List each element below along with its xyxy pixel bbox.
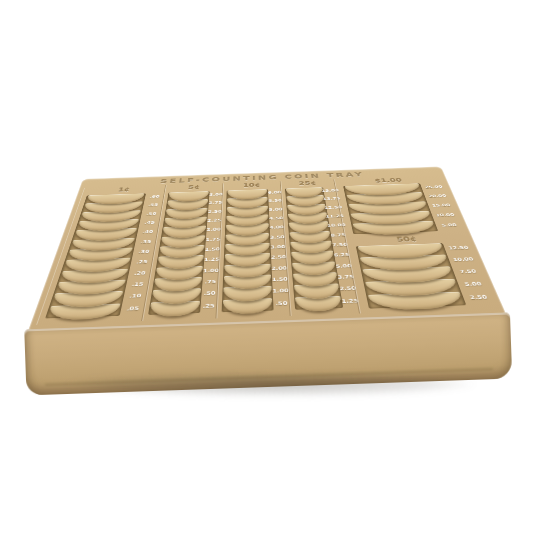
value-label: .50 bbox=[202, 288, 218, 301]
value-label: 1.75 bbox=[206, 235, 220, 245]
value-label: .05 bbox=[121, 302, 145, 315]
value-label: 1.50 bbox=[205, 245, 219, 256]
coin-tray: SELF-COUNTING COIN TRAY 1¢.60.55.50.45.4… bbox=[15, 142, 516, 439]
value-label: 4.50 bbox=[270, 214, 283, 224]
coin-slot bbox=[285, 187, 325, 196]
value-label: 3.50 bbox=[270, 232, 284, 242]
value-label: 1.00 bbox=[273, 285, 288, 297]
value-label: 10.00 bbox=[448, 254, 479, 267]
value-label: 5.00 bbox=[435, 220, 464, 231]
value-label: .10 bbox=[123, 290, 147, 303]
value-label: .20 bbox=[128, 268, 150, 280]
value-label: 2.25 bbox=[207, 216, 220, 226]
column-dollar-and-half: $1.0025.0020.0015.0010.005.0050¢12.5010.… bbox=[334, 176, 498, 314]
value-label: 2.00 bbox=[207, 225, 221, 235]
value-label: 12.50 bbox=[444, 242, 474, 254]
value-label: 2.50 bbox=[462, 291, 496, 306]
tray-top-face: SELF-COUNTING COIN TRAY 1¢.60.55.50.45.4… bbox=[28, 167, 506, 331]
value-label: 4.00 bbox=[270, 223, 284, 233]
value-label: 2.00 bbox=[272, 263, 287, 275]
value-label: .50 bbox=[274, 297, 290, 310]
value-label: .25 bbox=[131, 257, 153, 268]
section-dollar: $1.0025.0020.0015.0010.005.00 bbox=[334, 176, 465, 238]
value-label: 7.50 bbox=[452, 265, 484, 278]
coin-slot bbox=[167, 191, 209, 201]
coin-channel-2 bbox=[222, 189, 273, 312]
tray-shadow bbox=[27, 374, 513, 400]
value-label: .75 bbox=[203, 276, 218, 288]
column-10c: 10¢6.005.505.004.504.003.503.002.502.001… bbox=[216, 181, 290, 318]
section-half-dollar: 50¢12.5010.007.505.002.50 bbox=[346, 234, 498, 314]
value-label: 2.50 bbox=[271, 252, 285, 263]
coin-columns: 1¢.60.55.50.45.40.35.30.25.20.15.10.055¢… bbox=[36, 176, 498, 325]
value-label: 1.00 bbox=[204, 265, 219, 277]
value-label: .15 bbox=[126, 279, 149, 291]
value-label: .25 bbox=[201, 300, 217, 313]
value-label: 1.25 bbox=[204, 255, 219, 266]
value-label: 3.00 bbox=[271, 242, 285, 253]
coin-slot bbox=[227, 189, 268, 199]
value-label: 5.00 bbox=[457, 278, 490, 292]
value-label: 1.50 bbox=[272, 274, 287, 286]
